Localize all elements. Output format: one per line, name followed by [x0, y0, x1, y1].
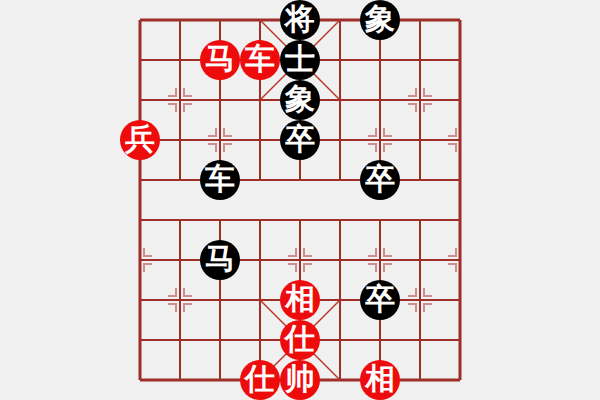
piece-black-soldier[interactable]: 卒: [280, 120, 320, 160]
piece-glyph: 将: [285, 0, 315, 39]
piece-black-elephant[interactable]: 象: [360, 0, 400, 40]
piece-glyph: 马: [205, 39, 235, 79]
piece-red-general[interactable]: 帅: [280, 360, 320, 400]
piece-glyph: 相: [365, 359, 395, 399]
xiangqi-board: 将象马车士象兵卒车卒马相卒仕仕帅相: [0, 0, 600, 400]
piece-black-advisor[interactable]: 士: [280, 40, 320, 80]
piece-glyph: 车: [245, 39, 275, 79]
piece-black-soldier[interactable]: 卒: [360, 280, 400, 320]
piece-glyph: 仕: [245, 359, 275, 399]
piece-glyph: 相: [285, 279, 315, 319]
piece-red-elephant[interactable]: 相: [280, 280, 320, 320]
piece-red-horse[interactable]: 马: [200, 40, 240, 80]
piece-red-chariot[interactable]: 车: [240, 40, 280, 80]
piece-black-elephant[interactable]: 象: [280, 80, 320, 120]
piece-glyph: 象: [365, 0, 395, 39]
piece-red-advisor[interactable]: 仕: [280, 320, 320, 360]
pieces-layer: 将象马车士象兵卒车卒马相卒仕仕帅相: [0, 0, 600, 400]
piece-red-elephant[interactable]: 相: [360, 360, 400, 400]
piece-red-soldier[interactable]: 兵: [120, 120, 160, 160]
piece-glyph: 马: [205, 239, 235, 279]
piece-red-advisor[interactable]: 仕: [240, 360, 280, 400]
piece-glyph: 卒: [365, 279, 395, 319]
piece-black-general[interactable]: 将: [280, 0, 320, 40]
piece-glyph: 卒: [285, 119, 315, 159]
piece-black-soldier[interactable]: 卒: [360, 160, 400, 200]
piece-glyph: 兵: [125, 119, 155, 159]
piece-glyph: 仕: [285, 319, 315, 359]
piece-glyph: 帅: [285, 359, 315, 399]
piece-glyph: 士: [285, 39, 315, 79]
piece-glyph: 车: [205, 159, 235, 199]
piece-glyph: 卒: [365, 159, 395, 199]
piece-glyph: 象: [285, 79, 315, 119]
piece-black-chariot[interactable]: 车: [200, 160, 240, 200]
piece-black-horse[interactable]: 马: [200, 240, 240, 280]
